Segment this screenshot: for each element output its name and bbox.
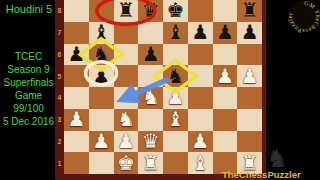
- rank-label: 6: [55, 44, 64, 66]
- square-f6: [188, 44, 213, 66]
- square-c5: [114, 65, 139, 87]
- event-line: Season 9: [0, 63, 57, 76]
- event-line: 5 Dec 2016: [0, 115, 57, 128]
- watermark-text: TheChessPuzzler: [222, 169, 301, 180]
- square-d2: ♛: [138, 131, 163, 153]
- square-g2: [213, 131, 238, 153]
- square-d1: ♜: [138, 152, 163, 174]
- piece-black-pawn: ♟: [216, 22, 234, 43]
- square-d5: [138, 65, 163, 87]
- piece-white-bishop: ♝: [166, 109, 184, 130]
- square-b4: [89, 87, 114, 109]
- thumbnail-stage: Houdini 5 TCECSeason 9SuperfinalsGame99/…: [0, 0, 320, 180]
- square-a2: [64, 131, 89, 153]
- piece-black-pawn: ♟: [67, 44, 85, 65]
- piece-white-pawn: ♟: [191, 131, 209, 152]
- square-e5: ♞: [163, 65, 188, 87]
- rank-label: 3: [55, 109, 64, 131]
- square-a5: [64, 65, 89, 87]
- square-c7: [114, 22, 139, 44]
- piece-black-pawn: ♟: [92, 66, 110, 87]
- engine-name: Houdini 5: [0, 3, 58, 15]
- square-a8: [64, 0, 89, 22]
- piece-black-bishop: ♝: [166, 22, 184, 43]
- event-line: 99/100: [0, 102, 57, 115]
- rank-label: 2: [55, 131, 64, 153]
- square-e8: ♚: [163, 0, 188, 22]
- square-b6: ♞: [89, 44, 114, 66]
- square-a7: [64, 22, 89, 44]
- square-d3: [138, 109, 163, 131]
- event-line: Game: [0, 89, 57, 102]
- square-f2: ♟: [188, 131, 213, 153]
- square-f4: [188, 87, 213, 109]
- chess-board: ♜♛♚♜♝♝♟♟♟♟♞♟♟♞♟♟♞♟♟♞♝♟♟♛♟♚♜♝♜: [64, 0, 262, 174]
- piece-black-bishop: ♝: [92, 22, 110, 43]
- piece-black-pawn: ♟: [191, 22, 209, 43]
- square-c4: [114, 87, 139, 109]
- square-g8: [213, 0, 238, 22]
- piece-white-knight: ♞: [117, 109, 135, 130]
- piece-white-pawn: ♟: [92, 131, 110, 152]
- piece-white-rook: ♜: [142, 153, 160, 174]
- square-e3: ♝: [163, 109, 188, 131]
- piece-white-pawn: ♟: [117, 131, 135, 152]
- square-h2: [237, 131, 262, 153]
- piece-black-rook: ♜: [241, 0, 259, 21]
- event-line: Superfinals: [0, 76, 57, 89]
- rank-label: 8: [55, 0, 64, 22]
- square-e1: [163, 152, 188, 174]
- square-a4: [64, 87, 89, 109]
- event-info: TCECSeason 9SuperfinalsGame99/1005 Dec 2…: [0, 50, 57, 128]
- piece-black-rook: ♜: [117, 0, 135, 21]
- square-f3: [188, 109, 213, 131]
- square-h8: ♜: [237, 0, 262, 22]
- piece-white-pawn: ♟: [166, 87, 184, 108]
- piece-white-knight: ♞: [142, 87, 160, 108]
- square-b5: ♟: [89, 65, 114, 87]
- rank-label: 7: [55, 22, 64, 44]
- square-c2: ♟: [114, 131, 139, 153]
- rank-coordinates: 87654321: [55, 0, 64, 174]
- square-f5: [188, 65, 213, 87]
- square-e7: ♝: [163, 22, 188, 44]
- square-b3: [89, 109, 114, 131]
- piece-black-king: ♚: [166, 0, 184, 21]
- square-f7: ♟: [188, 22, 213, 44]
- square-h6: [237, 44, 262, 66]
- square-c3: ♞: [114, 109, 139, 131]
- square-c6: [114, 44, 139, 66]
- square-d4: ♞: [138, 87, 163, 109]
- square-h7: ♟: [237, 22, 262, 44]
- square-c8: ♜: [114, 0, 139, 22]
- square-f1: ♝: [188, 152, 213, 174]
- piece-black-knight: ♞: [166, 66, 184, 87]
- square-e6: [163, 44, 188, 66]
- square-f8: [188, 0, 213, 22]
- square-h3: [237, 109, 262, 131]
- piece-white-king: ♚: [117, 153, 135, 174]
- piece-white-queen: ♛: [142, 131, 160, 152]
- square-b2: ♟: [89, 131, 114, 153]
- piece-white-pawn: ♟: [67, 109, 85, 130]
- square-d8: ♛: [138, 0, 163, 22]
- square-a1: [64, 152, 89, 174]
- square-g3: [213, 109, 238, 131]
- piece-white-pawn: ♟: [241, 66, 259, 87]
- piece-black-queen: ♛: [142, 0, 160, 21]
- square-d7: [138, 22, 163, 44]
- square-e2: [163, 131, 188, 153]
- square-d6: ♟: [138, 44, 163, 66]
- square-b7: ♝: [89, 22, 114, 44]
- square-a6: ♟: [64, 44, 89, 66]
- piece-white-pawn: ♟: [216, 66, 234, 87]
- square-g5: ♟: [213, 65, 238, 87]
- piece-black-knight: ♞: [92, 44, 110, 65]
- square-c1: ♚: [114, 152, 139, 174]
- square-g4: [213, 87, 238, 109]
- piece-white-bishop: ♝: [191, 153, 209, 174]
- rank-label: 5: [55, 65, 64, 87]
- square-g6: [213, 44, 238, 66]
- piece-black-pawn: ♟: [241, 22, 259, 43]
- square-h4: [237, 87, 262, 109]
- rank-label: 1: [55, 152, 64, 174]
- square-b1: [89, 152, 114, 174]
- event-line: TCEC: [0, 50, 57, 63]
- square-e4: ♟: [163, 87, 188, 109]
- square-h5: ♟: [237, 65, 262, 87]
- channel-logo: GM TheChessPuzzler: [282, 0, 320, 39]
- square-b8: [89, 0, 114, 22]
- square-g7: ♟: [213, 22, 238, 44]
- rank-label: 4: [55, 87, 64, 109]
- square-a3: ♟: [64, 109, 89, 131]
- piece-black-pawn: ♟: [142, 44, 160, 65]
